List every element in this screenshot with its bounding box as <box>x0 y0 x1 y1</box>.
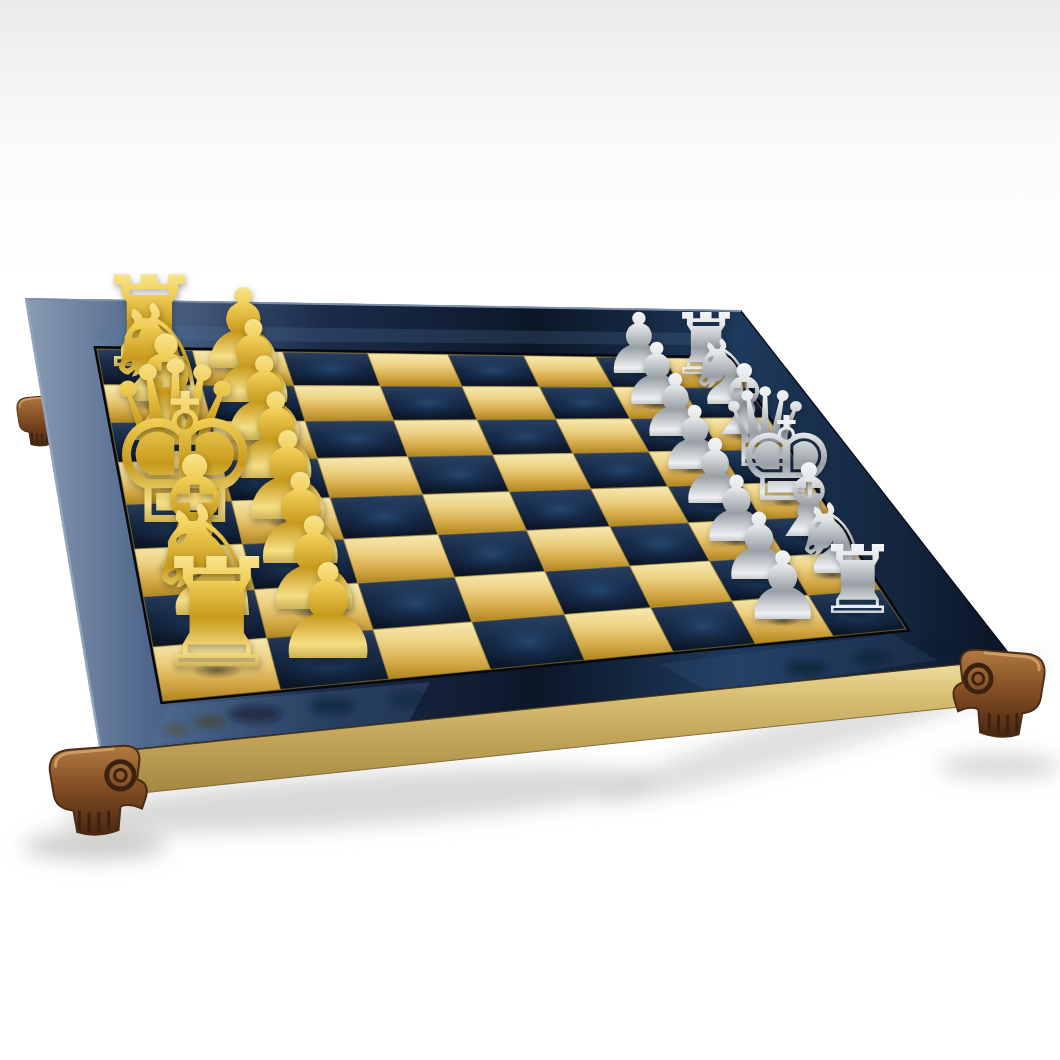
pieces-layer: ♜♟♟♜♞♟♟♞♝♟♟♝♛♟♟♛♚♟♟♚♝♟♟♝♞♟♟♜♞♟♟♜ <box>0 0 1060 1060</box>
product-photo-scene: ♜♟♟♜♞♟♟♞♝♟♟♝♛♟♟♛♚♟♟♚♝♟♟♝♞♟♟♜♞♟♟♜ <box>0 0 1060 1060</box>
piece-gold-rook-h1[interactable]: ♜ <box>149 539 284 690</box>
piece-gold-pawn-h2[interactable]: ♟ <box>269 547 387 679</box>
piece-silver-pawn-h7[interactable]: ♟ <box>740 540 824 634</box>
piece-silver-rook-h8[interactable]: ♜ <box>815 533 900 627</box>
